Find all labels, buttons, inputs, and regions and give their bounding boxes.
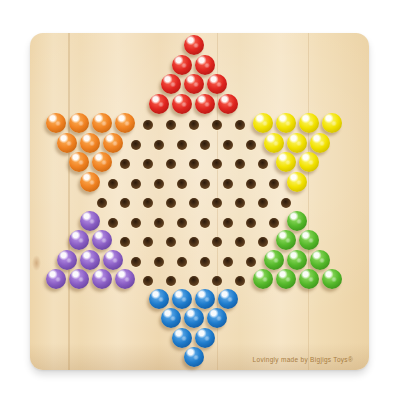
peg-purple[interactable] <box>69 269 89 289</box>
peg-orange[interactable] <box>115 113 135 133</box>
peg-red[interactable] <box>207 74 227 94</box>
board-hole[interactable] <box>258 237 268 247</box>
peg-orange[interactable] <box>103 133 123 153</box>
peg-purple[interactable] <box>69 230 89 250</box>
board-hole[interactable] <box>177 140 187 150</box>
board-hole[interactable] <box>212 159 222 169</box>
board-hole[interactable] <box>269 218 279 228</box>
peg-red[interactable] <box>218 94 238 114</box>
peg-green[interactable] <box>264 250 284 270</box>
board-hole[interactable] <box>97 198 107 208</box>
peg-red[interactable] <box>195 94 215 114</box>
board-hole[interactable] <box>154 218 164 228</box>
board-hole[interactable] <box>235 120 245 130</box>
peg-purple[interactable] <box>92 269 112 289</box>
peg-yellow[interactable] <box>310 133 330 153</box>
board-hole[interactable] <box>189 159 199 169</box>
board-hole[interactable] <box>108 218 118 228</box>
board-hole[interactable] <box>177 179 187 189</box>
peg-orange[interactable] <box>69 113 89 133</box>
peg-red[interactable] <box>184 35 204 55</box>
board-hole[interactable] <box>154 140 164 150</box>
board-hole[interactable] <box>143 198 153 208</box>
peg-purple[interactable] <box>57 250 77 270</box>
board-hole[interactable] <box>281 198 291 208</box>
peg-green[interactable] <box>276 230 296 250</box>
board-hole[interactable] <box>108 179 118 189</box>
peg-blue[interactable] <box>172 328 192 348</box>
peg-green[interactable] <box>299 269 319 289</box>
peg-red[interactable] <box>184 74 204 94</box>
board-hole[interactable] <box>200 140 210 150</box>
peg-purple[interactable] <box>115 269 135 289</box>
chinese-checkers-board: Lovingly made by Bigjigs Toys® <box>30 33 369 370</box>
peg-red[interactable] <box>149 94 169 114</box>
peg-green[interactable] <box>253 269 273 289</box>
peg-orange[interactable] <box>80 133 100 153</box>
board-hole[interactable] <box>120 237 130 247</box>
peg-yellow[interactable] <box>264 133 284 153</box>
board-hole[interactable] <box>258 198 268 208</box>
peg-green[interactable] <box>287 211 307 231</box>
peg-blue[interactable] <box>149 289 169 309</box>
peg-red[interactable] <box>172 55 192 75</box>
board-hole[interactable] <box>212 198 222 208</box>
board-hole[interactable] <box>246 218 256 228</box>
peg-orange[interactable] <box>92 113 112 133</box>
board-hole[interactable] <box>246 257 256 267</box>
board-hole[interactable] <box>131 140 141 150</box>
board-hole[interactable] <box>235 276 245 286</box>
peg-yellow[interactable] <box>299 113 319 133</box>
peg-yellow[interactable] <box>276 113 296 133</box>
peg-blue[interactable] <box>184 308 204 328</box>
board-hole[interactable] <box>131 218 141 228</box>
board-hole[interactable] <box>212 120 222 130</box>
peg-yellow[interactable] <box>287 172 307 192</box>
board-hole[interactable] <box>212 237 222 247</box>
board-hole[interactable] <box>143 159 153 169</box>
board-hole[interactable] <box>166 159 176 169</box>
board-hole[interactable] <box>189 120 199 130</box>
peg-red[interactable] <box>195 55 215 75</box>
board-hole[interactable] <box>166 237 176 247</box>
peg-orange[interactable] <box>57 133 77 153</box>
peg-purple[interactable] <box>80 211 100 231</box>
peg-red[interactable] <box>172 94 192 114</box>
peg-orange[interactable] <box>80 172 100 192</box>
board-hole[interactable] <box>246 179 256 189</box>
peg-blue[interactable] <box>207 308 227 328</box>
peg-yellow[interactable] <box>253 113 273 133</box>
peg-purple[interactable] <box>103 250 123 270</box>
peg-blue[interactable] <box>172 289 192 309</box>
peg-green[interactable] <box>322 269 342 289</box>
peg-yellow[interactable] <box>287 133 307 153</box>
peg-red[interactable] <box>161 74 181 94</box>
board-hole[interactable] <box>235 159 245 169</box>
peg-green[interactable] <box>310 250 330 270</box>
board-hole[interactable] <box>177 257 187 267</box>
board-hole[interactable] <box>120 159 130 169</box>
board-hole[interactable] <box>166 120 176 130</box>
board-hole[interactable] <box>223 179 233 189</box>
peg-yellow[interactable] <box>276 152 296 172</box>
board-hole[interactable] <box>189 198 199 208</box>
brand-text: Lovingly made by Bigjigs Toys® <box>253 356 353 363</box>
peg-blue[interactable] <box>161 308 181 328</box>
board-hole[interactable] <box>269 179 279 189</box>
peg-green[interactable] <box>287 250 307 270</box>
board-hole[interactable] <box>177 218 187 228</box>
peg-yellow[interactable] <box>322 113 342 133</box>
board-hole[interactable] <box>235 198 245 208</box>
board-hole[interactable] <box>143 120 153 130</box>
board-hole[interactable] <box>200 218 210 228</box>
peg-orange[interactable] <box>69 152 89 172</box>
product-photo: Lovingly made by Bigjigs Toys® <box>0 0 400 400</box>
peg-purple[interactable] <box>92 230 112 250</box>
peg-orange[interactable] <box>92 152 112 172</box>
board-hole[interactable] <box>223 257 233 267</box>
board-hole[interactable] <box>154 257 164 267</box>
peg-blue[interactable] <box>218 289 238 309</box>
peg-blue[interactable] <box>184 347 204 367</box>
board-hole[interactable] <box>143 276 153 286</box>
board-hole[interactable] <box>223 218 233 228</box>
peg-blue[interactable] <box>195 289 215 309</box>
board-hole[interactable] <box>131 179 141 189</box>
board-hole[interactable] <box>235 237 245 247</box>
peg-green[interactable] <box>299 230 319 250</box>
board-hole[interactable] <box>189 237 199 247</box>
board-hole[interactable] <box>131 257 141 267</box>
board-hole[interactable] <box>212 276 222 286</box>
board-hole[interactable] <box>143 237 153 247</box>
peg-purple[interactable] <box>80 250 100 270</box>
board-hole[interactable] <box>154 179 164 189</box>
board-hole[interactable] <box>166 198 176 208</box>
peg-blue[interactable] <box>195 328 215 348</box>
peg-yellow[interactable] <box>299 152 319 172</box>
board-hole[interactable] <box>166 276 176 286</box>
board-hole[interactable] <box>258 159 268 169</box>
board-hole[interactable] <box>200 257 210 267</box>
board-hole[interactable] <box>246 140 256 150</box>
peg-green[interactable] <box>276 269 296 289</box>
board-hole[interactable] <box>120 198 130 208</box>
board-hole[interactable] <box>223 140 233 150</box>
peg-orange[interactable] <box>46 113 66 133</box>
board-hole[interactable] <box>200 179 210 189</box>
peg-purple[interactable] <box>46 269 66 289</box>
peg-grid <box>30 33 369 370</box>
board-hole[interactable] <box>189 276 199 286</box>
